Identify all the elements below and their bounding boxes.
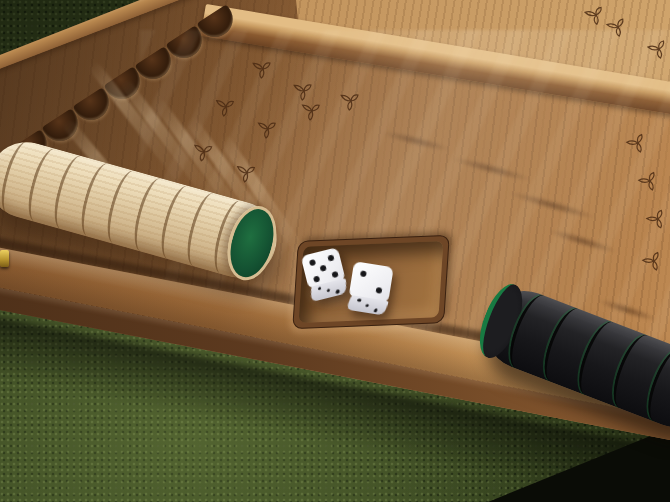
die-pip bbox=[336, 289, 339, 293]
die-pip bbox=[365, 303, 370, 307]
tulip-engraving bbox=[644, 36, 670, 62]
die-pip bbox=[331, 271, 338, 278]
die-pip bbox=[327, 254, 334, 261]
tulip-engraving-icon bbox=[638, 172, 654, 190]
die-pip bbox=[327, 288, 330, 292]
brass-hinge bbox=[0, 250, 9, 267]
tulip-engraving bbox=[640, 249, 667, 273]
tulip-engraving-icon bbox=[337, 88, 358, 110]
die-2[interactable] bbox=[346, 261, 393, 318]
tulip-engraving-icon bbox=[642, 252, 658, 270]
tulip-engraving-icon bbox=[646, 39, 664, 59]
die-pip bbox=[312, 275, 319, 282]
tulip-engraving bbox=[636, 169, 663, 193]
die-pip bbox=[360, 270, 367, 277]
die-pip bbox=[320, 265, 327, 272]
die-pip bbox=[317, 286, 320, 290]
die-pip bbox=[308, 259, 315, 266]
tulip-engraving-icon bbox=[626, 134, 642, 152]
die-pip bbox=[356, 298, 361, 302]
tulip-engraving-icon bbox=[583, 4, 601, 24]
tulip-engraving-icon bbox=[249, 56, 270, 78]
tulip-engraving bbox=[645, 208, 670, 231]
die-pip bbox=[373, 308, 378, 312]
tulip-engraving-icon bbox=[646, 210, 661, 228]
tulip-engraving bbox=[624, 131, 651, 155]
backgammon-photo-scene bbox=[0, 0, 670, 502]
die-pip bbox=[375, 287, 382, 294]
